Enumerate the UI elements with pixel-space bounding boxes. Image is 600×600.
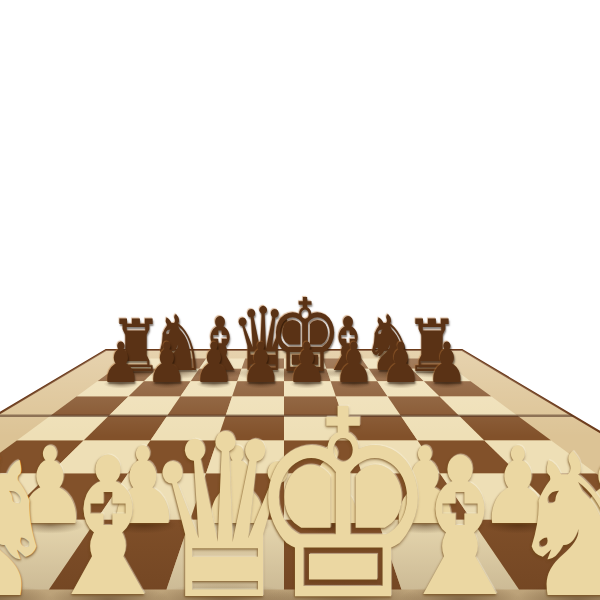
piece-black-pawn-a7[interactable]: ♟	[100, 336, 141, 392]
piece-black-pawn-b7[interactable]: ♟	[147, 336, 188, 392]
piece-white-knight-g1[interactable]: ♞	[505, 428, 600, 600]
pieces-layer: ♜♞♝♛♚♝♞♜♟♟♟♟♟♟♟♟♟♟♟♟♟♟♟♟♜♞♝♛♚♝♞♜	[0, 0, 600, 600]
chess-scene: ♜♞♝♛♚♝♞♜♟♟♟♟♟♟♟♟♟♟♟♟♟♟♟♟♜♞♝♛♚♝♞♜	[0, 0, 600, 600]
piece-black-pawn-c7[interactable]: ♟	[194, 336, 235, 392]
